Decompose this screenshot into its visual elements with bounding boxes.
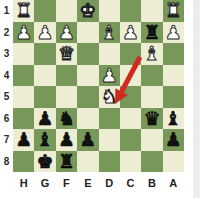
square-f1[interactable] xyxy=(56,0,77,22)
square-a4[interactable] xyxy=(163,65,184,87)
square-g6[interactable]: ♟ xyxy=(34,108,55,130)
square-b5[interactable] xyxy=(141,86,162,108)
rank-label-3: 3 xyxy=(0,43,13,65)
file-label-e: E xyxy=(77,173,98,192)
black-pawn-a7: ♟ xyxy=(165,129,182,150)
square-f4[interactable] xyxy=(56,65,77,87)
square-c2[interactable]: ♟ xyxy=(120,22,141,44)
square-g5[interactable] xyxy=(34,86,55,108)
square-g1[interactable] xyxy=(34,0,55,22)
square-a5[interactable] xyxy=(163,86,184,108)
white-bishop-b3: ♝ xyxy=(143,43,160,64)
square-e8[interactable] xyxy=(77,151,98,173)
square-d1[interactable] xyxy=(99,0,120,22)
square-a3[interactable] xyxy=(163,43,184,65)
square-d2[interactable]: ♝ xyxy=(99,22,120,44)
square-a2[interactable]: ♟ xyxy=(163,22,184,44)
black-rook-b2: ♜ xyxy=(143,22,160,43)
white-pawn-g2: ♟ xyxy=(37,22,54,43)
white-king-e1: ♚ xyxy=(79,0,96,21)
square-a7[interactable]: ♟ xyxy=(163,129,184,151)
black-pawn-h7: ♟ xyxy=(15,129,32,150)
square-f2[interactable]: ♟ xyxy=(56,22,77,44)
black-bishop-g7: ♝ xyxy=(37,129,54,150)
square-b7[interactable] xyxy=(141,129,162,151)
square-h8[interactable] xyxy=(13,151,34,173)
file-label-g: G xyxy=(34,173,55,192)
square-a8[interactable] xyxy=(163,151,184,173)
square-a1[interactable]: ♜ xyxy=(163,0,184,22)
file-label-f: F xyxy=(56,173,77,192)
square-h7[interactable]: ♟ xyxy=(13,129,34,151)
square-b4[interactable] xyxy=(141,65,162,87)
file-label-h: H xyxy=(13,173,34,192)
square-e7[interactable]: ♟ xyxy=(77,129,98,151)
square-a6[interactable]: ♝ xyxy=(163,108,184,130)
rank-label-2: 2 xyxy=(0,22,13,44)
rank-label-7: 7 xyxy=(0,129,13,151)
square-e4[interactable] xyxy=(77,65,98,87)
square-h5[interactable] xyxy=(13,86,34,108)
white-pawn-a2: ♟ xyxy=(165,22,182,43)
square-h3[interactable] xyxy=(13,43,34,65)
black-queen-b6: ♛ xyxy=(143,108,160,129)
square-d6[interactable] xyxy=(99,108,120,130)
black-pawn-g6: ♟ xyxy=(37,108,54,129)
file-label-d: D xyxy=(99,173,120,192)
chess-board: ♜♚♜♟♟♟♝♟♜♟♛♝♟♞♟♞♛♝♟♝♟♟♟♚♜ xyxy=(13,0,184,172)
square-d8[interactable] xyxy=(99,151,120,173)
rank-label-4: 4 xyxy=(0,65,13,87)
white-bishop-d2: ♝ xyxy=(101,22,118,43)
square-e1[interactable]: ♚ xyxy=(77,0,98,22)
square-d7[interactable] xyxy=(99,129,120,151)
square-h4[interactable] xyxy=(13,65,34,87)
square-b8[interactable] xyxy=(141,151,162,173)
black-knight-f6: ♞ xyxy=(58,108,75,129)
square-g3[interactable] xyxy=(34,43,55,65)
square-e6[interactable] xyxy=(77,108,98,130)
square-c3[interactable] xyxy=(120,43,141,65)
square-h6[interactable] xyxy=(13,108,34,130)
black-rook-f8: ♜ xyxy=(58,151,75,172)
square-f7[interactable]: ♟ xyxy=(56,129,77,151)
file-label-c: C xyxy=(120,173,141,192)
black-pawn-e7: ♟ xyxy=(79,129,96,150)
square-c4[interactable] xyxy=(120,65,141,87)
square-f6[interactable]: ♞ xyxy=(56,108,77,130)
rank-label-1: 1 xyxy=(0,0,13,22)
white-pawn-f2: ♟ xyxy=(58,22,75,43)
square-f5[interactable] xyxy=(56,86,77,108)
square-g8[interactable]: ♚ xyxy=(34,151,55,173)
black-bishop-a6: ♝ xyxy=(165,108,182,129)
square-f3[interactable]: ♛ xyxy=(56,43,77,65)
square-g4[interactable] xyxy=(34,65,55,87)
file-label-a: A xyxy=(163,173,184,192)
square-e2[interactable] xyxy=(77,22,98,44)
square-b3[interactable]: ♝ xyxy=(141,43,162,65)
square-c8[interactable] xyxy=(120,151,141,173)
black-pawn-f7: ♟ xyxy=(58,129,75,150)
file-labels: HGFEDCBA xyxy=(13,173,184,192)
white-knight-d5: ♞ xyxy=(101,86,118,107)
square-g7[interactable]: ♝ xyxy=(34,129,55,151)
square-c7[interactable] xyxy=(120,129,141,151)
rank-labels: 12345678 xyxy=(0,0,13,172)
rank-label-6: 6 xyxy=(0,108,13,130)
rank-label-8: 8 xyxy=(0,151,13,173)
square-d5[interactable]: ♞ xyxy=(99,86,120,108)
square-h1[interactable]: ♜ xyxy=(13,0,34,22)
file-label-b: B xyxy=(141,173,162,192)
square-b2[interactable]: ♜ xyxy=(141,22,162,44)
page-edge-strip xyxy=(193,0,200,198)
white-pawn-d4: ♟ xyxy=(101,65,118,86)
white-queen-f3: ♛ xyxy=(58,43,75,64)
square-c5[interactable] xyxy=(120,86,141,108)
white-pawn-c2: ♟ xyxy=(122,22,139,43)
chess-lesson-screenshot: 12345678 ♜♚♜♟♟♟♝♟♜♟♛♝♟♞♟♞♛♝♟♝♟♟♟♚♜ HGFED… xyxy=(0,0,200,198)
square-c1[interactable] xyxy=(120,0,141,22)
white-rook-h1: ♜ xyxy=(15,0,32,21)
white-pawn-h2: ♟ xyxy=(15,22,32,43)
black-king-g8: ♚ xyxy=(37,151,54,172)
square-h2[interactable]: ♟ xyxy=(13,22,34,44)
white-rook-a1: ♜ xyxy=(165,0,182,21)
square-f8[interactable]: ♜ xyxy=(56,151,77,173)
square-g2[interactable]: ♟ xyxy=(34,22,55,44)
rank-label-5: 5 xyxy=(0,86,13,108)
square-d4[interactable]: ♟ xyxy=(99,65,120,87)
square-b6[interactable]: ♛ xyxy=(141,108,162,130)
square-c6[interactable] xyxy=(120,108,141,130)
square-d3[interactable] xyxy=(99,43,120,65)
square-e3[interactable] xyxy=(77,43,98,65)
square-b1[interactable] xyxy=(141,0,162,22)
square-e5[interactable] xyxy=(77,86,98,108)
